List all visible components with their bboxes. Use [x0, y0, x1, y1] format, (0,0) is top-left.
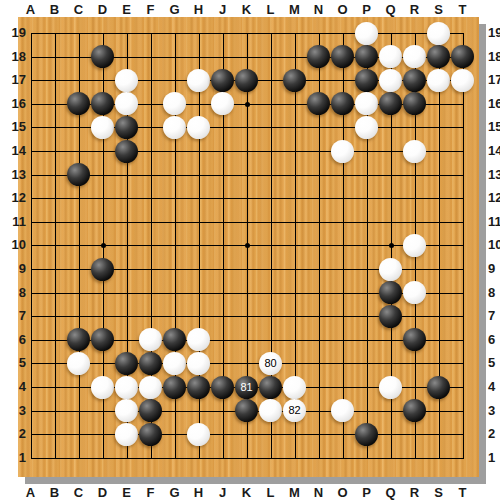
star-point — [101, 243, 106, 248]
stone-T17-white — [451, 69, 474, 92]
column-label-top-P: P — [355, 2, 379, 17]
column-label-top-B: B — [43, 2, 67, 17]
stone-J16-white — [211, 92, 234, 115]
column-label-bottom-L: L — [259, 485, 283, 500]
row-label-right-12: 12 — [488, 191, 500, 205]
stone-Q4-white — [379, 376, 402, 399]
row-label-right-6: 6 — [488, 333, 500, 347]
stone-F5-black — [139, 352, 162, 375]
stone-E2-white — [115, 423, 138, 446]
column-label-bottom-R: R — [403, 485, 427, 500]
row-label-right-10: 10 — [488, 238, 500, 252]
move-number-label: 82 — [288, 405, 300, 416]
stone-N16-black — [307, 92, 330, 115]
stone-H17-white — [187, 69, 210, 92]
stone-M4-white — [283, 376, 306, 399]
column-label-top-A: A — [19, 2, 43, 17]
stone-N18-black — [307, 45, 330, 68]
stone-S19-white — [427, 22, 450, 45]
star-point — [245, 102, 250, 107]
row-label-left-2: 2 — [0, 427, 26, 441]
row-label-left-8: 8 — [0, 286, 26, 300]
column-label-top-J: J — [211, 2, 235, 17]
stone-P17-black — [355, 69, 378, 92]
stone-F2-black — [139, 423, 162, 446]
row-label-right-3: 3 — [488, 404, 500, 418]
row-label-left-7: 7 — [0, 309, 26, 323]
row-label-left-19: 19 — [0, 26, 26, 40]
stone-O14-white — [331, 140, 354, 163]
column-label-bottom-K: K — [235, 485, 259, 500]
column-label-bottom-D: D — [91, 485, 115, 500]
stone-G4-black — [163, 376, 186, 399]
row-label-left-14: 14 — [0, 144, 26, 158]
stone-D18-black — [91, 45, 114, 68]
column-label-top-F: F — [139, 2, 163, 17]
column-label-top-G: G — [163, 2, 187, 17]
column-label-bottom-J: J — [211, 485, 235, 500]
stone-D9-black — [91, 258, 114, 281]
stone-M3-white: 82 — [283, 399, 306, 422]
stone-R3-black — [403, 399, 426, 422]
row-label-right-11: 11 — [488, 215, 500, 229]
stone-K17-black — [235, 69, 258, 92]
stone-C5-white — [67, 352, 90, 375]
stone-G5-white — [163, 352, 186, 375]
stone-M17-black — [283, 69, 306, 92]
row-label-right-18: 18 — [488, 50, 500, 64]
column-label-bottom-O: O — [331, 485, 355, 500]
row-label-left-11: 11 — [0, 215, 26, 229]
column-label-top-S: S — [427, 2, 451, 17]
column-label-bottom-P: P — [355, 485, 379, 500]
row-label-right-9: 9 — [488, 262, 500, 276]
column-label-top-R: R — [403, 2, 427, 17]
column-label-bottom-Q: Q — [379, 485, 403, 500]
stone-S18-black — [427, 45, 450, 68]
row-label-right-14: 14 — [488, 144, 500, 158]
stone-C6-black — [67, 328, 90, 351]
row-label-left-10: 10 — [0, 238, 26, 252]
column-label-bottom-G: G — [163, 485, 187, 500]
stone-P16-white — [355, 92, 378, 115]
row-label-left-1: 1 — [0, 451, 26, 465]
stone-G15-white — [163, 116, 186, 139]
stone-D4-white — [91, 376, 114, 399]
column-label-top-H: H — [187, 2, 211, 17]
column-label-top-T: T — [451, 2, 475, 17]
row-label-right-17: 17 — [488, 73, 500, 87]
stone-Q18-white — [379, 45, 402, 68]
column-label-top-N: N — [307, 2, 331, 17]
column-label-bottom-A: A — [19, 485, 43, 500]
column-label-bottom-N: N — [307, 485, 331, 500]
row-label-left-18: 18 — [0, 50, 26, 64]
stone-P2-black — [355, 423, 378, 446]
go-diagram-page: 808182 AABBCCDDEEFFGGHHJJKKLLMMNNOOPPQQR… — [0, 0, 500, 500]
stone-D15-white — [91, 116, 114, 139]
column-label-top-L: L — [259, 2, 283, 17]
row-label-right-1: 1 — [488, 451, 500, 465]
stone-O3-white — [331, 399, 354, 422]
stone-F6-white — [139, 328, 162, 351]
row-label-right-8: 8 — [488, 286, 500, 300]
row-label-left-15: 15 — [0, 120, 26, 134]
stone-G6-black — [163, 328, 186, 351]
row-label-left-16: 16 — [0, 97, 26, 111]
grid-line-vertical — [463, 33, 464, 459]
stone-Q9-white — [379, 258, 402, 281]
row-label-left-5: 5 — [0, 356, 26, 370]
row-label-right-15: 15 — [488, 120, 500, 134]
row-label-left-12: 12 — [0, 191, 26, 205]
row-label-left-4: 4 — [0, 380, 26, 394]
stone-H5-white — [187, 352, 210, 375]
stone-P15-white — [355, 116, 378, 139]
stone-E14-black — [115, 140, 138, 163]
grid-line-horizontal — [31, 434, 464, 435]
stone-L4-black — [259, 376, 282, 399]
column-label-bottom-H: H — [187, 485, 211, 500]
go-board[interactable]: 808182 — [18, 17, 479, 477]
stone-J4-black — [211, 376, 234, 399]
row-label-left-17: 17 — [0, 73, 26, 87]
move-number-label: 80 — [264, 358, 276, 369]
stone-R8-white — [403, 281, 426, 304]
stone-Q17-white — [379, 69, 402, 92]
row-label-right-7: 7 — [488, 309, 500, 323]
row-label-right-5: 5 — [488, 356, 500, 370]
stone-O16-black — [331, 92, 354, 115]
stone-P18-black — [355, 45, 378, 68]
column-label-bottom-C: C — [67, 485, 91, 500]
row-label-right-19: 19 — [488, 26, 500, 40]
stone-S4-black — [427, 376, 450, 399]
column-label-top-K: K — [235, 2, 259, 17]
row-label-right-4: 4 — [488, 380, 500, 394]
stone-G16-white — [163, 92, 186, 115]
stone-F4-white — [139, 376, 162, 399]
stone-E17-white — [115, 69, 138, 92]
column-label-top-C: C — [67, 2, 91, 17]
stone-Q8-black — [379, 281, 402, 304]
column-label-top-Q: Q — [379, 2, 403, 17]
stone-C16-black — [67, 92, 90, 115]
stone-K4-black: 81 — [235, 376, 258, 399]
stone-H15-white — [187, 116, 210, 139]
stone-P19-white — [355, 22, 378, 45]
column-label-bottom-M: M — [283, 485, 307, 500]
grid-line-horizontal — [31, 363, 464, 364]
stone-E3-white — [115, 399, 138, 422]
stone-L3-white — [259, 399, 282, 422]
row-label-left-6: 6 — [0, 333, 26, 347]
row-label-left-9: 9 — [0, 262, 26, 276]
stone-J17-black — [211, 69, 234, 92]
column-label-bottom-F: F — [139, 485, 163, 500]
stone-R16-black — [403, 92, 426, 115]
column-label-bottom-T: T — [451, 485, 475, 500]
stone-O18-black — [331, 45, 354, 68]
stone-R6-black — [403, 328, 426, 351]
column-label-bottom-E: E — [115, 485, 139, 500]
grid-line-horizontal — [31, 458, 464, 459]
stone-Q7-black — [379, 305, 402, 328]
row-label-right-13: 13 — [488, 168, 500, 182]
stone-H2-white — [187, 423, 210, 446]
row-label-left-13: 13 — [0, 168, 26, 182]
stone-T18-black — [451, 45, 474, 68]
column-label-top-M: M — [283, 2, 307, 17]
stone-R18-white — [403, 45, 426, 68]
stone-E15-black — [115, 116, 138, 139]
row-label-left-3: 3 — [0, 404, 26, 418]
column-label-top-D: D — [91, 2, 115, 17]
stone-K3-black — [235, 399, 258, 422]
stone-E4-white — [115, 376, 138, 399]
column-label-bottom-B: B — [43, 485, 67, 500]
stone-R10-white — [403, 234, 426, 257]
star-point — [245, 243, 250, 248]
stone-S17-white — [427, 69, 450, 92]
column-label-top-O: O — [331, 2, 355, 17]
stone-D6-black — [91, 328, 114, 351]
stone-D16-black — [91, 92, 114, 115]
stone-H4-black — [187, 376, 210, 399]
row-label-right-2: 2 — [488, 427, 500, 441]
stone-L5-white: 80 — [259, 352, 282, 375]
stone-Q16-black — [379, 92, 402, 115]
stone-F3-black — [139, 399, 162, 422]
stone-E16-white — [115, 92, 138, 115]
star-point — [389, 243, 394, 248]
stone-R14-white — [403, 140, 426, 163]
column-label-top-E: E — [115, 2, 139, 17]
column-label-bottom-S: S — [427, 485, 451, 500]
move-number-label: 81 — [240, 382, 252, 393]
row-label-right-16: 16 — [488, 97, 500, 111]
stone-H6-white — [187, 328, 210, 351]
stone-C13-black — [67, 163, 90, 186]
stone-R17-black — [403, 69, 426, 92]
stone-E5-black — [115, 352, 138, 375]
